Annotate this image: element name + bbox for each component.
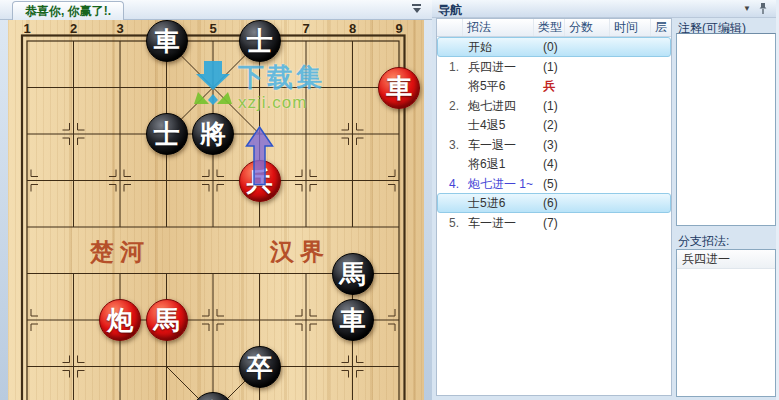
move-row[interactable]: 士5进6(6) [437, 193, 671, 213]
move-num [438, 38, 464, 56]
move-move: 士4退5 [464, 116, 539, 134]
header-spacer [437, 19, 463, 36]
move-move: 炮七进四 [464, 97, 539, 115]
status-text: 恭喜你, 你赢了!. [25, 4, 111, 18]
watermark: 下载集 xzji.com [194, 60, 325, 113]
collapse-board-icon[interactable] [411, 4, 422, 15]
move-list: 开始(0)1.兵四进一(1)将5平6兵2.炮七进四(1)士4退5(2)3.车一退… [437, 37, 671, 232]
move-row[interactable]: 士4退5(2) [437, 115, 671, 135]
move-row[interactable]: 开始(0) [437, 37, 671, 57]
move-typ: (3) [539, 136, 599, 154]
app-window: 恭喜你, 你赢了!. 123456789 楚河 汉界 下载集 xzji.com [0, 0, 779, 400]
move-num [438, 116, 464, 134]
move-typ: (6) [539, 194, 599, 212]
move-table: 招法 类型 分数 时间 层 开始(0)1.兵四进一(1)将5平6兵2.炮七进四(… [436, 18, 672, 396]
piece-black-soldier[interactable]: 卒 [239, 346, 281, 388]
move-move: 开始 [464, 38, 539, 56]
move-move: 车一进一 [464, 214, 539, 232]
move-row[interactable]: 3.车一退一(3) [437, 135, 671, 155]
column-label-3: 3 [110, 21, 130, 36]
piece-black-horse[interactable]: 馬 [332, 253, 374, 295]
piece-black-advisor[interactable]: 士 [239, 20, 281, 62]
watermark-site: xzji.com [238, 93, 325, 113]
move-move: 炮七进一 1~ [464, 175, 539, 193]
move-row[interactable]: 2.炮七进四(1) [437, 96, 671, 116]
move-row[interactable]: 将5平6兵 [437, 76, 671, 96]
move-move: 将5平6 [464, 77, 539, 95]
move-move: 士5进6 [464, 194, 539, 212]
move-row[interactable]: 将6退1(4) [437, 154, 671, 174]
move-typ: (0) [539, 38, 599, 56]
branch-moves-list: 兵四进一 [676, 249, 776, 397]
board-pane: 恭喜你, 你赢了!. 123456789 楚河 汉界 下载集 xzji.com [0, 0, 432, 400]
column-label-9: 9 [389, 21, 409, 36]
header-time[interactable]: 时间 [610, 19, 651, 36]
move-num: 2. [438, 97, 464, 115]
move-num: 1. [438, 58, 464, 76]
move-move: 兵四进一 [464, 58, 539, 76]
move-num [438, 194, 464, 212]
move-num [438, 77, 464, 95]
header-type[interactable]: 类型 [534, 19, 565, 36]
board-tab-bar: 恭喜你, 你赢了!. [0, 0, 432, 20]
navigation-pane: 导航 ▼ 招法 类型 分数 时间 层 开始(0)1.兵四进一(1)将5平6兵2.… [432, 0, 779, 400]
column-label-2: 2 [64, 21, 84, 36]
status-tab[interactable]: 恭喜你, 你赢了!. [12, 1, 124, 20]
pin-icon[interactable] [758, 2, 768, 15]
piece-red-chariot[interactable]: 車 [378, 67, 420, 109]
side-panel: 注释(可编辑) 分支招法: 兵四进一 [676, 18, 776, 400]
river-label-right: 汉界 [270, 236, 330, 268]
move-num: 4. [438, 175, 464, 193]
download-logo-icon [194, 60, 232, 106]
piece-black-chariot[interactable]: 車 [332, 299, 374, 341]
xiangqi-board[interactable]: 123456789 楚河 汉界 下载集 xzji.com 車士車士將兵馬炮馬車卒… [8, 20, 424, 400]
move-row[interactable]: 5.车一进一(7) [437, 213, 671, 233]
move-typ: (7) [539, 214, 599, 232]
move-typ: (5) [539, 175, 599, 193]
column-label-7: 7 [296, 21, 316, 36]
move-typ: 兵 [539, 77, 599, 95]
nav-titlebar: 导航 ▼ [432, 0, 776, 18]
move-move: 车一退一 [464, 136, 539, 154]
move-table-header: 招法 类型 分数 时间 层 [437, 19, 671, 37]
move-row[interactable]: 1.兵四进一(1) [437, 57, 671, 77]
move-row[interactable]: 4.炮七进一 1~(5) [437, 174, 671, 194]
branch-moves-label: 分支招法: [676, 231, 776, 251]
piece-red-cannon[interactable]: 炮 [99, 299, 141, 341]
piece-black-advisor[interactable]: 士 [146, 113, 188, 155]
move-num [438, 155, 464, 173]
move-typ: (4) [539, 155, 599, 173]
piece-red-horse[interactable]: 馬 [146, 299, 188, 341]
move-num: 5. [438, 214, 464, 232]
branch-move-item[interactable]: 兵四进一 [677, 250, 775, 269]
piece-red-soldier[interactable]: 兵 [239, 160, 281, 202]
comments-textarea[interactable] [676, 33, 776, 226]
column-label-8: 8 [343, 21, 363, 36]
watermark-title: 下载集 [238, 60, 325, 95]
move-move: 将6退1 [464, 155, 539, 173]
nav-title: 导航 [432, 2, 462, 19]
dropdown-icon[interactable]: ▼ [743, 3, 751, 15]
header-move[interactable]: 招法 [463, 19, 534, 36]
piece-black-chariot[interactable]: 車 [146, 20, 188, 62]
header-score[interactable]: 分数 [565, 19, 610, 36]
column-label-5: 5 [203, 21, 223, 36]
piece-black-general[interactable]: 將 [192, 113, 234, 155]
nav-titlebar-icons: ▼ [743, 2, 768, 15]
move-typ: (1) [539, 97, 599, 115]
header-layer[interactable]: 层 [651, 19, 671, 36]
move-typ: (1) [539, 58, 599, 76]
column-label-1: 1 [17, 21, 37, 36]
river-label-left: 楚河 [90, 236, 150, 268]
watermark-text: 下载集 xzji.com [238, 60, 325, 113]
move-typ: (2) [539, 116, 599, 134]
move-num: 3. [438, 136, 464, 154]
